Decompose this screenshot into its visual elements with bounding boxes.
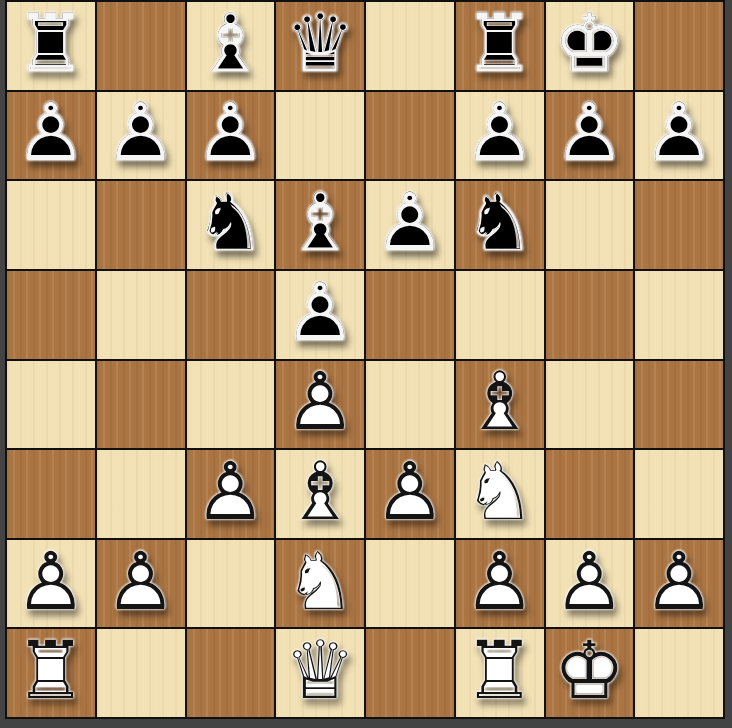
square-f3[interactable]: ♞♘ <box>456 450 544 538</box>
square-h8[interactable] <box>635 2 723 90</box>
square-e7[interactable] <box>366 92 454 180</box>
square-b1[interactable] <box>97 629 185 717</box>
square-h6[interactable] <box>635 181 723 269</box>
white-knight-outline: ♘ <box>276 540 364 628</box>
black-pawn[interactable]: ♟♙ <box>456 92 544 180</box>
square-d4[interactable]: ♟♙ <box>276 361 364 449</box>
black-bishop[interactable]: ♝♗ <box>187 2 275 90</box>
white-pawn-outline: ♙ <box>635 540 723 628</box>
square-f5[interactable] <box>456 271 544 359</box>
square-d6[interactable]: ♝♗ <box>276 181 364 269</box>
square-g5[interactable] <box>546 271 634 359</box>
square-a6[interactable] <box>7 181 95 269</box>
black-king[interactable]: ♚♔ <box>546 2 634 90</box>
white-queen[interactable]: ♛♕ <box>276 629 364 717</box>
square-b5[interactable] <box>97 271 185 359</box>
square-b6[interactable] <box>97 181 185 269</box>
square-c1[interactable] <box>187 629 275 717</box>
black-knight-outline: ♘ <box>187 181 275 269</box>
square-b4[interactable] <box>97 361 185 449</box>
square-d7[interactable] <box>276 92 364 180</box>
black-pawn[interactable]: ♟♙ <box>635 92 723 180</box>
black-pawn-outline: ♙ <box>546 92 634 180</box>
square-e4[interactable] <box>366 361 454 449</box>
square-a4[interactable] <box>7 361 95 449</box>
square-h2[interactable]: ♟♙ <box>635 540 723 628</box>
white-bishop-outline: ♗ <box>276 450 364 538</box>
black-bishop[interactable]: ♝♗ <box>276 181 364 269</box>
square-d8[interactable]: ♛♕ <box>276 2 364 90</box>
black-pawn-outline: ♙ <box>276 271 364 359</box>
black-pawn-outline: ♙ <box>97 92 185 180</box>
black-pawn[interactable]: ♟♙ <box>97 92 185 180</box>
white-pawn[interactable]: ♟♙ <box>635 540 723 628</box>
square-e1[interactable] <box>366 629 454 717</box>
square-e3[interactable]: ♟♙ <box>366 450 454 538</box>
black-rook-outline: ♖ <box>456 2 544 90</box>
square-c6[interactable]: ♞♘ <box>187 181 275 269</box>
black-rook[interactable]: ♜♖ <box>456 2 544 90</box>
square-g7[interactable]: ♟♙ <box>546 92 634 180</box>
white-pawn-outline: ♙ <box>7 540 95 628</box>
square-d3[interactable]: ♝♗ <box>276 450 364 538</box>
square-b3[interactable] <box>97 450 185 538</box>
square-f1[interactable]: ♜♖ <box>456 629 544 717</box>
black-pawn-outline: ♙ <box>635 92 723 180</box>
square-f4[interactable]: ♝♗ <box>456 361 544 449</box>
square-h4[interactable] <box>635 361 723 449</box>
white-knight[interactable]: ♞♘ <box>456 450 544 538</box>
square-c2[interactable] <box>187 540 275 628</box>
square-f7[interactable]: ♟♙ <box>456 92 544 180</box>
black-pawn[interactable]: ♟♙ <box>7 92 95 180</box>
white-pawn-outline: ♙ <box>366 450 454 538</box>
white-rook[interactable]: ♜♖ <box>7 629 95 717</box>
black-king-outline: ♔ <box>546 2 634 90</box>
white-knight-outline: ♘ <box>456 450 544 538</box>
white-rook-outline: ♖ <box>456 629 544 717</box>
square-d5[interactable]: ♟♙ <box>276 271 364 359</box>
square-g3[interactable] <box>546 450 634 538</box>
white-king[interactable]: ♚♔ <box>546 629 634 717</box>
white-pawn-outline: ♙ <box>456 540 544 628</box>
square-c7[interactable]: ♟♙ <box>187 92 275 180</box>
square-f2[interactable]: ♟♙ <box>456 540 544 628</box>
square-g2[interactable]: ♟♙ <box>546 540 634 628</box>
black-bishop-outline: ♗ <box>187 2 275 90</box>
white-pawn[interactable]: ♟♙ <box>276 361 364 449</box>
black-queen-outline: ♕ <box>276 2 364 90</box>
square-h1[interactable] <box>635 629 723 717</box>
square-g1[interactable]: ♚♔ <box>546 629 634 717</box>
square-c4[interactable] <box>187 361 275 449</box>
black-pawn-outline: ♙ <box>7 92 95 180</box>
white-king-outline: ♔ <box>546 629 634 717</box>
square-g6[interactable] <box>546 181 634 269</box>
square-e2[interactable] <box>366 540 454 628</box>
white-pawn[interactable]: ♟♙ <box>97 540 185 628</box>
square-e6[interactable]: ♟♙ <box>366 181 454 269</box>
black-rook[interactable]: ♜♖ <box>7 2 95 90</box>
white-bishop-outline: ♗ <box>456 361 544 449</box>
square-c5[interactable] <box>187 271 275 359</box>
square-b2[interactable]: ♟♙ <box>97 540 185 628</box>
white-knight[interactable]: ♞♘ <box>276 540 364 628</box>
square-a2[interactable]: ♟♙ <box>7 540 95 628</box>
square-g4[interactable] <box>546 361 634 449</box>
square-h3[interactable] <box>635 450 723 538</box>
black-queen[interactable]: ♛♕ <box>276 2 364 90</box>
black-knight-outline: ♘ <box>456 181 544 269</box>
square-d1[interactable]: ♛♕ <box>276 629 364 717</box>
square-b7[interactable]: ♟♙ <box>97 92 185 180</box>
white-pawn[interactable]: ♟♙ <box>546 540 634 628</box>
black-knight[interactable]: ♞♘ <box>456 181 544 269</box>
white-pawn[interactable]: ♟♙ <box>366 450 454 538</box>
square-b8[interactable] <box>97 2 185 90</box>
white-pawn[interactable]: ♟♙ <box>7 540 95 628</box>
white-pawn[interactable]: ♟♙ <box>456 540 544 628</box>
square-a7[interactable]: ♟♙ <box>7 92 95 180</box>
black-rook-outline: ♖ <box>7 2 95 90</box>
black-pawn[interactable]: ♟♙ <box>187 92 275 180</box>
white-bishop[interactable]: ♝♗ <box>456 361 544 449</box>
white-pawn-outline: ♙ <box>187 450 275 538</box>
square-d2[interactable]: ♞♘ <box>276 540 364 628</box>
white-rook-outline: ♖ <box>7 629 95 717</box>
white-pawn-outline: ♙ <box>276 361 364 449</box>
chess-app-window: ♜♖♝♗♛♕♜♖♚♔♟♙♟♙♟♙♟♙♟♙♟♙♞♘♝♗♟♙♞♘♟♙♟♙♝♗♟♙♝♗… <box>0 0 732 728</box>
square-h5[interactable] <box>635 271 723 359</box>
square-c8[interactable]: ♝♗ <box>187 2 275 90</box>
chess-board: ♜♖♝♗♛♕♜♖♚♔♟♙♟♙♟♙♟♙♟♙♟♙♞♘♝♗♟♙♞♘♟♙♟♙♝♗♟♙♝♗… <box>5 0 725 719</box>
black-pawn-outline: ♙ <box>187 92 275 180</box>
square-a1[interactable]: ♜♖ <box>7 629 95 717</box>
black-pawn[interactable]: ♟♙ <box>276 271 364 359</box>
square-a3[interactable] <box>7 450 95 538</box>
square-h7[interactable]: ♟♙ <box>635 92 723 180</box>
white-pawn[interactable]: ♟♙ <box>187 450 275 538</box>
square-c3[interactable]: ♟♙ <box>187 450 275 538</box>
square-e8[interactable] <box>366 2 454 90</box>
square-a8[interactable]: ♜♖ <box>7 2 95 90</box>
white-rook[interactable]: ♜♖ <box>456 629 544 717</box>
square-f8[interactable]: ♜♖ <box>456 2 544 90</box>
black-pawn[interactable]: ♟♙ <box>546 92 634 180</box>
black-bishop-outline: ♗ <box>276 181 364 269</box>
square-a5[interactable] <box>7 271 95 359</box>
white-pawn-outline: ♙ <box>546 540 634 628</box>
white-queen-outline: ♕ <box>276 629 364 717</box>
white-bishop[interactable]: ♝♗ <box>276 450 364 538</box>
black-pawn[interactable]: ♟♙ <box>366 181 454 269</box>
white-pawn-outline: ♙ <box>97 540 185 628</box>
black-knight[interactable]: ♞♘ <box>187 181 275 269</box>
square-e5[interactable] <box>366 271 454 359</box>
square-f6[interactable]: ♞♘ <box>456 181 544 269</box>
black-pawn-outline: ♙ <box>456 92 544 180</box>
black-pawn-outline: ♙ <box>366 181 454 269</box>
square-g8[interactable]: ♚♔ <box>546 2 634 90</box>
